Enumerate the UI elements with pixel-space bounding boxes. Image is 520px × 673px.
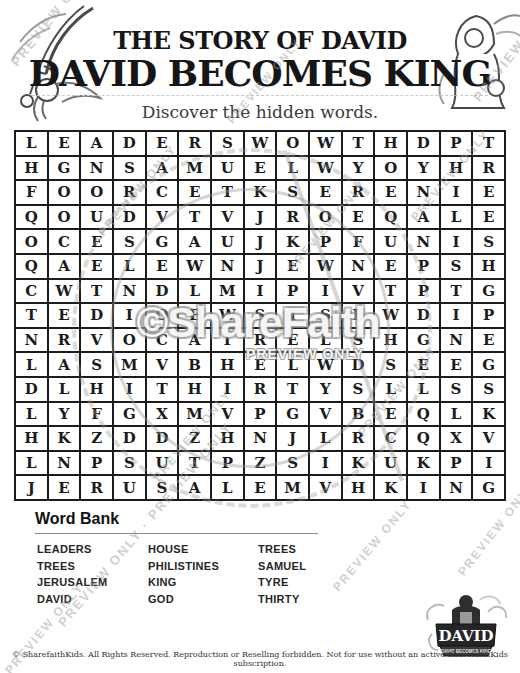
grid-cell: H — [211, 352, 244, 377]
grid-cell: E — [276, 254, 309, 279]
grid-cell: R — [342, 426, 375, 451]
grid-cell: O — [374, 156, 407, 181]
grid-cell: H — [440, 156, 473, 181]
grid-cell: G — [407, 328, 440, 353]
grid-cell: Z — [80, 426, 113, 451]
grid-cell: I — [472, 451, 505, 476]
grid-cell: D — [80, 303, 113, 328]
grid-cell: F — [80, 402, 113, 427]
grid-cell: R — [244, 328, 277, 353]
grid-cell: W — [309, 254, 342, 279]
grid-cell: D — [342, 352, 375, 377]
grid-cell: L — [15, 131, 48, 156]
word-bank-word: DAVID — [37, 591, 142, 608]
word-bank-word: LEADERS — [37, 541, 142, 558]
grid-cell: U — [374, 229, 407, 254]
grid-cell: H — [178, 377, 211, 402]
grid-cell: J — [244, 254, 277, 279]
grid-cell: D — [407, 131, 440, 156]
grid-cell: W — [309, 156, 342, 181]
grid-cell: T — [15, 303, 48, 328]
grid-cell: A — [80, 131, 113, 156]
grid-cell: U — [146, 451, 179, 476]
grid-cell: S — [113, 156, 146, 181]
grid-cell: V — [146, 205, 179, 230]
grid-cell: K — [407, 451, 440, 476]
grid-cell: E — [472, 180, 505, 205]
grid-cell: H — [15, 156, 48, 181]
grid-cell: L — [178, 279, 211, 304]
grid-cell: A — [407, 205, 440, 230]
grid-cell: E — [309, 180, 342, 205]
grid-cell: N — [113, 279, 146, 304]
word-bank-word: TREES — [258, 541, 363, 558]
grid-cell: W — [309, 352, 342, 377]
grid-cell: K — [276, 229, 309, 254]
grid-cell: R — [472, 156, 505, 181]
grid-cell: E — [48, 303, 81, 328]
grid-cell: U — [374, 451, 407, 476]
series-title: THE STORY OF DAVID — [0, 26, 520, 55]
grid-cell: Q — [15, 205, 48, 230]
word-bank-word: TREES — [37, 558, 142, 575]
grid-cell: M — [276, 475, 309, 500]
grid-cell: E — [342, 303, 375, 328]
grid-cell: T — [146, 377, 179, 402]
page-title: DAVID BECOMES KING — [0, 52, 520, 94]
grid-cell: G — [472, 475, 505, 500]
grid-cell: L — [309, 426, 342, 451]
grid-cell: D — [146, 426, 179, 451]
grid-cell: W — [244, 131, 277, 156]
grid-cell: I — [113, 377, 146, 402]
grid-cell: I — [309, 451, 342, 476]
grid-cell: L — [15, 352, 48, 377]
grid-cell: P — [440, 451, 473, 476]
grid-cell: L — [374, 377, 407, 402]
grid-cell: G — [48, 156, 81, 181]
grid-cell: L — [211, 475, 244, 500]
grid-cell: U — [80, 205, 113, 230]
grid-cell: P — [244, 402, 277, 427]
grid-cell: L — [440, 205, 473, 230]
grid-cell: Y — [309, 377, 342, 402]
grid-cell: D — [146, 279, 179, 304]
word-bank-column: TREESSAMUELTYRETHIRTY — [258, 541, 363, 607]
grid-cell: N — [80, 156, 113, 181]
grid-cell: W — [309, 131, 342, 156]
grid-cell: W — [374, 303, 407, 328]
grid-cell: M — [211, 279, 244, 304]
grid-cell: U — [211, 156, 244, 181]
word-search-grid: LEADERSWOWTHDPTHGNSAMUELWYOYHRFOORCETKSE… — [14, 130, 506, 501]
grid-cell: E — [374, 254, 407, 279]
grid-cell: E — [178, 303, 211, 328]
grid-cell: T — [178, 205, 211, 230]
grid-cell: M — [178, 156, 211, 181]
word-bank-word: HOUSE — [148, 541, 253, 558]
grid-cell: N — [407, 229, 440, 254]
grid-cell: T — [276, 303, 309, 328]
grid-cell: E — [472, 328, 505, 353]
grid-cell: E — [48, 131, 81, 156]
grid-cell: D — [113, 205, 146, 230]
grid-cell: H — [80, 377, 113, 402]
grid-cell: W — [48, 279, 81, 304]
grid-cell: V — [211, 205, 244, 230]
grid-cell: I — [211, 377, 244, 402]
grid-cell: X — [440, 426, 473, 451]
grid-cell: T — [178, 451, 211, 476]
grid-cell: R — [48, 328, 81, 353]
grid-cell: I — [440, 303, 473, 328]
grid-cell: V — [342, 279, 375, 304]
grid-cell: K — [342, 451, 375, 476]
grid-cell: T — [374, 279, 407, 304]
grid-cell: G — [472, 352, 505, 377]
grid-cell: F — [15, 180, 48, 205]
grid-cell: D — [15, 377, 48, 402]
grid-cell: E — [342, 205, 375, 230]
grid-cell: N — [440, 328, 473, 353]
grid-cell: R — [178, 131, 211, 156]
grid-cell: L — [407, 377, 440, 402]
grid-cell: U — [113, 475, 146, 500]
grid-cell: E — [276, 328, 309, 353]
grid-cell: P — [407, 254, 440, 279]
grid-cell: J — [244, 229, 277, 254]
grid-cell: S — [309, 303, 342, 328]
grid-cell: K — [374, 475, 407, 500]
instructions-text: Discover the hidden words. — [0, 102, 520, 122]
grid-cell: X — [146, 402, 179, 427]
grid-cell: P — [211, 451, 244, 476]
grid-cell: J — [244, 205, 277, 230]
grid-cell: S — [342, 377, 375, 402]
grid-cell: I — [440, 229, 473, 254]
grid-cell: H — [374, 328, 407, 353]
grid-cell: N — [342, 254, 375, 279]
grid-cell: J — [276, 426, 309, 451]
grid-cell: I — [113, 303, 146, 328]
grid-cell: S — [440, 377, 473, 402]
grid-cell: R — [276, 205, 309, 230]
grid-cell: N — [15, 328, 48, 353]
grid-cell: C — [48, 229, 81, 254]
grid-cell: R — [244, 377, 277, 402]
grid-cell: O — [48, 205, 81, 230]
grid-cell: H — [374, 131, 407, 156]
grid-cell: O — [146, 303, 179, 328]
grid-cell: H — [472, 254, 505, 279]
grid-cell: E — [178, 180, 211, 205]
grid-cell: H — [342, 475, 375, 500]
grid-cell: T — [211, 180, 244, 205]
grid-cell: V — [80, 328, 113, 353]
grid-cell: L — [309, 328, 342, 353]
grid-cell: C — [374, 426, 407, 451]
word-bank-word: JERUSALEM — [37, 574, 142, 591]
grid-cell: I — [440, 180, 473, 205]
grid-cell: Y — [342, 156, 375, 181]
grid-cell: H — [15, 426, 48, 451]
logo-title-text: DAVID — [438, 627, 493, 645]
grid-cell: E — [48, 475, 81, 500]
grid-cell: S — [276, 180, 309, 205]
grid-cell: P — [309, 229, 342, 254]
grid-cell: S — [113, 229, 146, 254]
grid-cell: Q — [407, 426, 440, 451]
grid-cell: Q — [374, 205, 407, 230]
grid-cell: Z — [178, 426, 211, 451]
grid-cell: J — [15, 475, 48, 500]
grid-cell: N — [244, 426, 277, 451]
grid-cell: F — [342, 229, 375, 254]
grid-cell: V — [309, 475, 342, 500]
grid-cell: M — [178, 402, 211, 427]
word-bank-word: THIRTY — [258, 591, 363, 608]
title-divider — [32, 95, 488, 96]
grid-cell: S — [146, 475, 179, 500]
grid-cell: M — [113, 352, 146, 377]
grid-cell: T — [440, 279, 473, 304]
grid-cell: S — [276, 451, 309, 476]
grid-cell: E — [407, 352, 440, 377]
grid-cell: L — [48, 377, 81, 402]
grid-cell: S — [440, 254, 473, 279]
copyright-text: © SharefaithKids. All Rights Reserved. R… — [0, 650, 520, 668]
grid-cell: B — [342, 402, 375, 427]
grid-cell: V — [146, 352, 179, 377]
grid-cell: S — [472, 377, 505, 402]
grid-cell: P — [407, 279, 440, 304]
grid-cell: E — [244, 352, 277, 377]
word-bank-column: LEADERSTREESJERUSALEMDAVID — [37, 541, 142, 607]
grid-cell: V — [309, 402, 342, 427]
grid-cell: D — [113, 426, 146, 451]
grid-cell: O — [276, 131, 309, 156]
grid-cell: K — [472, 402, 505, 427]
grid-cell: I — [211, 328, 244, 353]
grid-cell: T — [472, 131, 505, 156]
grid-cell: O — [15, 229, 48, 254]
grid-cell: T — [342, 131, 375, 156]
grid-cell: N — [48, 451, 81, 476]
word-bank-column: HOUSEPHILISTINESKINGGOD — [148, 541, 253, 607]
grid-cell: S — [374, 352, 407, 377]
grid-cell: E — [146, 254, 179, 279]
grid-cell: W — [178, 254, 211, 279]
grid-cell: T — [80, 279, 113, 304]
word-bank-word: SAMUEL — [258, 558, 363, 575]
grid-cell: C — [15, 279, 48, 304]
grid-cell: L — [276, 352, 309, 377]
grid-cell: S — [244, 303, 277, 328]
grid-cell: E — [374, 180, 407, 205]
grid-cell: Y — [407, 156, 440, 181]
grid-cell: E — [244, 475, 277, 500]
grid-cell: N — [407, 180, 440, 205]
grid-cell: S — [472, 229, 505, 254]
grid-cell: E — [244, 156, 277, 181]
grid-cell: A — [178, 229, 211, 254]
grid-cell: N — [211, 254, 244, 279]
grid-cell: A — [178, 475, 211, 500]
word-bank-word: KING — [148, 574, 253, 591]
grid-cell: O — [48, 180, 81, 205]
grid-cell: Q — [407, 402, 440, 427]
grid-cell: B — [178, 352, 211, 377]
grid-cell: H — [211, 426, 244, 451]
grid-cell: E — [146, 131, 179, 156]
grid-cell: G — [472, 279, 505, 304]
grid-cell: L — [276, 156, 309, 181]
grid-cell: U — [211, 229, 244, 254]
grid-cell: C — [146, 180, 179, 205]
grid-cell: I — [244, 279, 277, 304]
grid-cell: L — [440, 402, 473, 427]
grid-cell: S — [80, 352, 113, 377]
grid-cell: A — [146, 156, 179, 181]
word-bank-word: PHILISTINES — [148, 558, 253, 575]
grid-cell: V — [472, 426, 505, 451]
grid-cell: O — [80, 180, 113, 205]
grid-cell: Z — [244, 451, 277, 476]
grid-cell: W — [211, 303, 244, 328]
grid-cell: P — [472, 303, 505, 328]
grid-cell: G — [146, 229, 179, 254]
grid-cell: E — [440, 352, 473, 377]
grid-cell: K — [48, 426, 81, 451]
grid-cell: K — [244, 180, 277, 205]
grid-cell: R — [342, 180, 375, 205]
grid-cell: E — [374, 402, 407, 427]
grid-cell: T — [276, 377, 309, 402]
grid-cell: Y — [48, 402, 81, 427]
grid-cell: E — [472, 205, 505, 230]
grid-cell: I — [407, 475, 440, 500]
word-bank-heading: Word Bank — [35, 510, 119, 528]
grid-cell: A — [178, 328, 211, 353]
grid-cell: N — [440, 475, 473, 500]
grid-cell: C — [146, 328, 179, 353]
grid-cell: E — [80, 229, 113, 254]
grid-cell: L — [113, 254, 146, 279]
grid-cell: S — [113, 451, 146, 476]
grid-cell: R — [113, 180, 146, 205]
grid-cell: S — [211, 131, 244, 156]
grid-cell: O — [113, 328, 146, 353]
grid-cell: P — [80, 451, 113, 476]
grid-cell: O — [309, 205, 342, 230]
grid-cell: P — [440, 131, 473, 156]
grid-cell: E — [80, 254, 113, 279]
word-bank-word: TYRE — [258, 574, 363, 591]
grid-cell: D — [407, 303, 440, 328]
grid-cell: V — [211, 402, 244, 427]
grid-cell: G — [113, 402, 146, 427]
grid-cell: D — [113, 131, 146, 156]
grid-cell: I — [309, 279, 342, 304]
grid-cell: R — [80, 475, 113, 500]
grid-cell: S — [342, 328, 375, 353]
grid-cell: A — [48, 254, 81, 279]
grid-cell: L — [15, 451, 48, 476]
grid-cell: A — [48, 352, 81, 377]
word-bank-divider — [35, 533, 318, 534]
word-bank-word: GOD — [148, 591, 253, 608]
grid-cell: G — [276, 402, 309, 427]
grid-cell: Q — [15, 254, 48, 279]
grid-cell: P — [276, 279, 309, 304]
grid-cell: L — [15, 402, 48, 427]
worksheet-page: THE STORY OF DAVID DAVID BECOMES KING Di… — [0, 0, 520, 673]
